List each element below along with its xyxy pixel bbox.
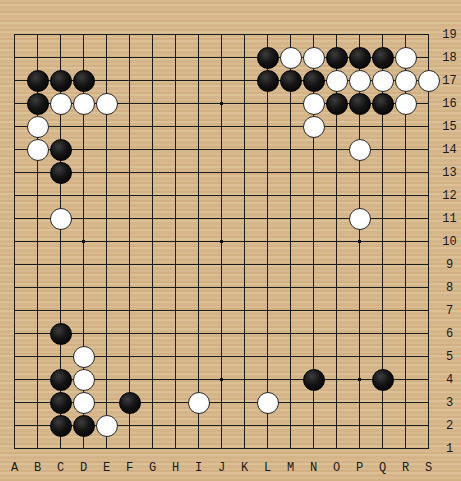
- stone-white-o17[interactable]: [326, 70, 348, 92]
- column-label-p: P: [348, 461, 371, 475]
- row-label-7: 7: [439, 304, 460, 318]
- row-label-19: 19: [439, 28, 460, 42]
- stone-white-d5[interactable]: [73, 346, 95, 368]
- row-label-2: 2: [439, 419, 460, 433]
- go-board[interactable]: ABCDEFGHIJKLMNOPQRS 19181716151413121110…: [0, 0, 461, 481]
- row-label-15: 15: [439, 120, 460, 134]
- row-label-5: 5: [439, 350, 460, 364]
- stone-white-r18[interactable]: [395, 47, 417, 69]
- column-label-d: D: [72, 461, 95, 475]
- row-label-18: 18: [439, 51, 460, 65]
- column-label-b: B: [26, 461, 49, 475]
- stone-white-p14[interactable]: [349, 139, 371, 161]
- stone-white-n15[interactable]: [303, 116, 325, 138]
- column-label-e: E: [95, 461, 118, 475]
- row-label-13: 13: [439, 166, 460, 180]
- stone-white-m18[interactable]: [280, 47, 302, 69]
- stone-white-b15[interactable]: [27, 116, 49, 138]
- stone-white-l3[interactable]: [257, 392, 279, 414]
- row-label-16: 16: [439, 97, 460, 111]
- row-label-17: 17: [439, 74, 460, 88]
- column-label-c: C: [49, 461, 72, 475]
- column-label-r: R: [394, 461, 417, 475]
- row-label-1: 1: [439, 442, 460, 456]
- column-label-l: L: [256, 461, 279, 475]
- stone-black-d2[interactable]: [73, 415, 95, 437]
- row-label-3: 3: [439, 396, 460, 410]
- stone-black-l18[interactable]: [257, 47, 279, 69]
- stone-black-c17[interactable]: [50, 70, 72, 92]
- column-label-j: J: [210, 461, 233, 475]
- hoshi-point-j16: [220, 102, 223, 105]
- column-label-i: I: [187, 461, 210, 475]
- stone-white-r17[interactable]: [395, 70, 417, 92]
- stone-black-c14[interactable]: [50, 139, 72, 161]
- stone-white-c11[interactable]: [50, 208, 72, 230]
- stone-white-p17[interactable]: [349, 70, 371, 92]
- hoshi-point-p4: [358, 378, 361, 381]
- stone-white-p11[interactable]: [349, 208, 371, 230]
- stone-white-i3[interactable]: [188, 392, 210, 414]
- column-label-f: F: [118, 461, 141, 475]
- stone-black-d17[interactable]: [73, 70, 95, 92]
- row-label-12: 12: [439, 189, 460, 203]
- row-label-4: 4: [439, 373, 460, 387]
- stone-black-l17[interactable]: [257, 70, 279, 92]
- stone-black-c4[interactable]: [50, 369, 72, 391]
- stone-black-o18[interactable]: [326, 47, 348, 69]
- stone-white-d16[interactable]: [73, 93, 95, 115]
- stone-black-n4[interactable]: [303, 369, 325, 391]
- stone-white-b14[interactable]: [27, 139, 49, 161]
- stone-black-f3[interactable]: [119, 392, 141, 414]
- stone-white-r16[interactable]: [395, 93, 417, 115]
- stone-black-p16[interactable]: [349, 93, 371, 115]
- hoshi-point-j4: [220, 378, 223, 381]
- row-label-14: 14: [439, 143, 460, 157]
- column-label-h: H: [164, 461, 187, 475]
- column-label-q: Q: [371, 461, 394, 475]
- stone-black-c13[interactable]: [50, 162, 72, 184]
- column-label-o: O: [325, 461, 348, 475]
- row-label-10: 10: [439, 235, 460, 249]
- hoshi-point-p10: [358, 240, 361, 243]
- row-label-8: 8: [439, 281, 460, 295]
- stone-black-c3[interactable]: [50, 392, 72, 414]
- hoshi-point-d10: [82, 240, 85, 243]
- stone-black-m17[interactable]: [280, 70, 302, 92]
- column-label-a: A: [3, 461, 26, 475]
- stone-black-b16[interactable]: [27, 93, 49, 115]
- stone-black-b17[interactable]: [27, 70, 49, 92]
- stone-white-c16[interactable]: [50, 93, 72, 115]
- column-label-s: S: [417, 461, 440, 475]
- stone-black-q18[interactable]: [372, 47, 394, 69]
- stone-white-e16[interactable]: [96, 93, 118, 115]
- row-label-11: 11: [439, 212, 460, 226]
- hoshi-point-j10: [220, 240, 223, 243]
- stone-white-d4[interactable]: [73, 369, 95, 391]
- stone-black-c6[interactable]: [50, 323, 72, 345]
- stone-white-d3[interactable]: [73, 392, 95, 414]
- stone-black-q4[interactable]: [372, 369, 394, 391]
- column-label-g: G: [141, 461, 164, 475]
- stone-white-e2[interactable]: [96, 415, 118, 437]
- stone-black-o16[interactable]: [326, 93, 348, 115]
- column-label-k: K: [233, 461, 256, 475]
- column-label-n: N: [302, 461, 325, 475]
- stone-white-n16[interactable]: [303, 93, 325, 115]
- stone-white-s17[interactable]: [418, 70, 440, 92]
- column-label-m: M: [279, 461, 302, 475]
- stone-black-n17[interactable]: [303, 70, 325, 92]
- row-label-6: 6: [439, 327, 460, 341]
- stone-white-q17[interactable]: [372, 70, 394, 92]
- stone-black-c2[interactable]: [50, 415, 72, 437]
- row-label-9: 9: [439, 258, 460, 272]
- stone-black-q16[interactable]: [372, 93, 394, 115]
- stone-black-p18[interactable]: [349, 47, 371, 69]
- stone-white-n18[interactable]: [303, 47, 325, 69]
